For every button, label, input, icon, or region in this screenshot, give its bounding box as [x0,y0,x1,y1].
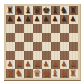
square-e1[interactable]: ♚ [42,69,51,78]
square-h5[interactable] [69,33,78,42]
square-a8[interactable]: ♜ [6,6,15,15]
square-e6[interactable] [42,24,51,33]
black-pawn[interactable]: ♟ [61,15,67,24]
white-bishop[interactable]: ♝ [24,69,32,78]
square-h7[interactable]: ♟ [69,15,78,24]
square-c5[interactable] [24,33,33,42]
square-h8[interactable]: ♜ [69,6,78,15]
square-b3[interactable] [15,51,24,60]
black-knight[interactable]: ♞ [60,6,68,15]
square-h6[interactable] [69,24,78,33]
chess-board[interactable]: ♜♞♝♛♚♝♞♜♟♟♟♟♟♟♟♟♟♟♟♟♟♟♟♟♜♞♝♛♚♝♞♜ [6,6,78,78]
square-c4[interactable] [24,42,33,51]
black-pawn[interactable]: ♟ [25,15,31,24]
square-d5[interactable] [33,33,42,42]
black-pawn[interactable]: ♟ [70,15,76,24]
square-f6[interactable] [51,24,60,33]
black-bishop[interactable]: ♝ [51,6,59,15]
square-a7[interactable]: ♟ [6,15,15,24]
square-b8[interactable]: ♞ [15,6,24,15]
square-h4[interactable] [69,42,78,51]
black-rook[interactable]: ♜ [69,6,77,15]
square-g4[interactable] [60,42,69,51]
black-queen[interactable]: ♛ [33,6,41,15]
black-rook[interactable]: ♜ [6,6,14,15]
square-c7[interactable]: ♟ [24,15,33,24]
square-f7[interactable]: ♟ [51,15,60,24]
square-c8[interactable]: ♝ [24,6,33,15]
white-knight[interactable]: ♞ [60,69,68,78]
square-d4[interactable] [33,42,42,51]
square-a1[interactable]: ♜ [6,69,15,78]
square-b1[interactable]: ♞ [15,69,24,78]
black-pawn[interactable]: ♟ [52,15,58,24]
square-g5[interactable] [60,33,69,42]
square-a5[interactable] [6,33,15,42]
square-e4[interactable] [42,42,51,51]
square-d1[interactable]: ♛ [33,69,42,78]
square-f3[interactable] [51,51,60,60]
square-a6[interactable] [6,24,15,33]
square-g1[interactable]: ♞ [60,69,69,78]
square-c6[interactable] [24,24,33,33]
square-g7[interactable]: ♟ [60,15,69,24]
white-queen[interactable]: ♛ [33,69,41,78]
square-d8[interactable]: ♛ [33,6,42,15]
square-a3[interactable] [6,51,15,60]
chess-board-frame: ♜♞♝♛♚♝♞♜♟♟♟♟♟♟♟♟♟♟♟♟♟♟♟♟♜♞♝♛♚♝♞♜ [4,4,81,81]
square-f1[interactable]: ♝ [51,69,60,78]
square-f5[interactable] [51,33,60,42]
square-a4[interactable] [6,42,15,51]
square-f4[interactable] [51,42,60,51]
square-b4[interactable] [15,42,24,51]
square-e8[interactable]: ♚ [42,6,51,15]
white-rook[interactable]: ♜ [6,69,14,78]
square-e3[interactable] [42,51,51,60]
square-h3[interactable] [69,51,78,60]
square-b6[interactable] [15,24,24,33]
square-d6[interactable] [33,24,42,33]
white-rook[interactable]: ♜ [69,69,77,78]
square-c1[interactable]: ♝ [24,69,33,78]
black-pawn[interactable]: ♟ [16,15,22,24]
black-pawn[interactable]: ♟ [7,15,13,24]
black-bishop[interactable]: ♝ [24,6,32,15]
black-king[interactable]: ♚ [42,6,50,15]
square-h1[interactable]: ♜ [69,69,78,78]
square-e7[interactable]: ♟ [42,15,51,24]
white-king[interactable]: ♚ [42,69,50,78]
square-c3[interactable] [24,51,33,60]
white-bishop[interactable]: ♝ [51,69,59,78]
square-b7[interactable]: ♟ [15,15,24,24]
square-g3[interactable] [60,51,69,60]
square-g6[interactable] [60,24,69,33]
square-f8[interactable]: ♝ [51,6,60,15]
black-pawn[interactable]: ♟ [43,15,49,24]
page-background: ♜♞♝♛♚♝♞♜♟♟♟♟♟♟♟♟♟♟♟♟♟♟♟♟♜♞♝♛♚♝♞♜ [0,0,84,84]
square-d7[interactable]: ♟ [33,15,42,24]
square-g8[interactable]: ♞ [60,6,69,15]
black-pawn[interactable]: ♟ [34,15,40,24]
white-knight[interactable]: ♞ [15,69,23,78]
square-e5[interactable] [42,33,51,42]
square-d3[interactable] [33,51,42,60]
black-knight[interactable]: ♞ [15,6,23,15]
square-b5[interactable] [15,33,24,42]
